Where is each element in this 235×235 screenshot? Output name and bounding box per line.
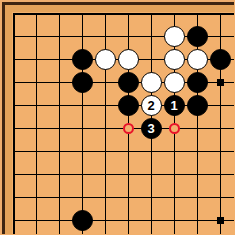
stone-black [210,49,231,70]
grid-line-horizontal [13,220,235,221]
grid-line-horizontal [13,197,235,198]
go-board-diagram: 213 [0,0,234,234]
grid-line-horizontal [13,13,235,15]
stone-black [187,26,208,47]
red-circle-marker [169,123,180,134]
stone-black [72,49,93,70]
grid-line-vertical [59,13,60,235]
stone-white [164,72,185,93]
grid-line-vertical [13,13,15,235]
star-point [217,79,224,86]
stone-white [187,49,208,70]
grid-line-horizontal [13,151,235,152]
star-point [217,217,224,224]
grid-line-vertical [36,13,37,235]
stone-black [118,95,139,116]
grid-line-vertical [82,13,83,235]
stone-black [72,210,93,231]
stone-white [95,49,116,70]
board-frame-edge-top [2,2,234,5]
stone-black [187,95,208,116]
stone-move-3: 3 [141,118,162,139]
grid-line-horizontal [13,174,235,175]
stone-move-2: 2 [141,95,162,116]
stone-white [164,26,185,47]
red-circle-marker [123,123,134,134]
stone-black [72,72,93,93]
stone-white [164,49,185,70]
stone-black [118,72,139,93]
grid-line-vertical [105,13,106,235]
stone-white [141,72,162,93]
stone-move-1: 1 [164,95,185,116]
stone-black [187,72,208,93]
board-frame-edge-left [2,2,5,234]
stone-white [118,49,139,70]
grid-line-vertical [220,13,221,235]
